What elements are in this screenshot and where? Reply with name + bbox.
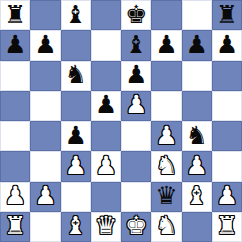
piece-black-bishop: ♝	[125, 32, 147, 57]
square-g4[interactable]: ♞	[182, 121, 212, 151]
square-h2[interactable]: ♟	[212, 182, 242, 212]
piece-white-pawn: ♟	[64, 153, 86, 178]
piece-black-pawn: ♟	[4, 32, 26, 57]
square-e1[interactable]: ♚	[121, 212, 151, 242]
square-c1[interactable]: ♝	[61, 212, 91, 242]
square-e8[interactable]: ♚	[121, 0, 151, 30]
square-g5[interactable]	[182, 91, 212, 121]
square-b5[interactable]	[30, 91, 60, 121]
square-e7[interactable]: ♝	[121, 30, 151, 60]
piece-white-rook: ♜	[4, 213, 26, 238]
square-h3[interactable]	[212, 151, 242, 181]
square-b6[interactable]	[30, 61, 60, 91]
square-a7[interactable]: ♟	[0, 30, 30, 60]
square-c8[interactable]: ♝	[61, 0, 91, 30]
piece-white-pawn: ♟	[95, 153, 117, 178]
piece-black-pawn: ♟	[95, 92, 117, 117]
square-h8[interactable]: ♜	[212, 0, 242, 30]
piece-white-king: ♚	[125, 213, 147, 238]
piece-black-knight: ♞	[64, 62, 86, 87]
square-a1[interactable]: ♜	[0, 212, 30, 242]
piece-white-bishop: ♝	[185, 183, 207, 208]
square-a6[interactable]	[0, 61, 30, 91]
square-b3[interactable]	[30, 151, 60, 181]
square-c2[interactable]	[61, 182, 91, 212]
piece-black-pawn: ♟	[216, 32, 238, 57]
piece-black-pawn: ♟	[185, 32, 207, 57]
square-f2[interactable]: ♛	[151, 182, 181, 212]
square-h4[interactable]	[212, 121, 242, 151]
square-b1[interactable]	[30, 212, 60, 242]
square-h7[interactable]: ♟	[212, 30, 242, 60]
piece-white-knight: ♞	[155, 153, 177, 178]
square-f3[interactable]: ♞	[151, 151, 181, 181]
square-f4[interactable]: ♟	[151, 121, 181, 151]
piece-white-pawn: ♟	[216, 183, 238, 208]
square-g3[interactable]: ♟	[182, 151, 212, 181]
piece-black-pawn: ♟	[155, 32, 177, 57]
square-d2[interactable]	[91, 182, 121, 212]
square-e3[interactable]	[121, 151, 151, 181]
square-d6[interactable]	[91, 61, 121, 91]
piece-black-rook: ♜	[4, 2, 26, 27]
piece-black-pawn: ♟	[34, 32, 56, 57]
piece-black-queen: ♛	[155, 183, 177, 208]
piece-white-pawn: ♟	[155, 123, 177, 148]
square-g2[interactable]: ♝	[182, 182, 212, 212]
square-a4[interactable]	[0, 121, 30, 151]
square-b7[interactable]: ♟	[30, 30, 60, 60]
square-c5[interactable]	[61, 91, 91, 121]
square-e6[interactable]: ♟	[121, 61, 151, 91]
square-f1[interactable]: ♞	[151, 212, 181, 242]
chess-board: ♜♝♚♜♟♟♝♟♟♟♞♟♟♟♟♟♞♟♟♞♟♟♟♛♝♟♜♝♛♚♞♜	[0, 0, 242, 242]
square-e4[interactable]	[121, 121, 151, 151]
square-c4[interactable]: ♟	[61, 121, 91, 151]
square-d3[interactable]: ♟	[91, 151, 121, 181]
square-c7[interactable]	[61, 30, 91, 60]
square-g6[interactable]	[182, 61, 212, 91]
piece-black-rook: ♜	[216, 2, 238, 27]
piece-black-pawn: ♟	[125, 62, 147, 87]
square-h6[interactable]	[212, 61, 242, 91]
square-h5[interactable]	[212, 91, 242, 121]
piece-black-king: ♚	[125, 2, 147, 27]
piece-white-rook: ♜	[216, 213, 238, 238]
square-h1[interactable]: ♜	[212, 212, 242, 242]
square-f7[interactable]: ♟	[151, 30, 181, 60]
square-a5[interactable]	[0, 91, 30, 121]
square-a3[interactable]	[0, 151, 30, 181]
piece-black-pawn: ♟	[64, 123, 86, 148]
square-f8[interactable]	[151, 0, 181, 30]
piece-white-pawn: ♟	[34, 183, 56, 208]
square-a8[interactable]: ♜	[0, 0, 30, 30]
piece-black-knight: ♞	[185, 123, 207, 148]
square-g8[interactable]	[182, 0, 212, 30]
square-a2[interactable]: ♟	[0, 182, 30, 212]
square-d7[interactable]	[91, 30, 121, 60]
square-b8[interactable]	[30, 0, 60, 30]
piece-white-pawn: ♟	[185, 153, 207, 178]
square-c3[interactable]: ♟	[61, 151, 91, 181]
square-f5[interactable]	[151, 91, 181, 121]
square-b4[interactable]	[30, 121, 60, 151]
square-d1[interactable]: ♛	[91, 212, 121, 242]
piece-white-knight: ♞	[155, 213, 177, 238]
piece-white-pawn: ♟	[125, 92, 147, 117]
square-d8[interactable]	[91, 0, 121, 30]
square-d4[interactable]	[91, 121, 121, 151]
square-d5[interactable]: ♟	[91, 91, 121, 121]
piece-white-pawn: ♟	[4, 183, 26, 208]
piece-white-queen: ♛	[95, 213, 117, 238]
piece-black-bishop: ♝	[64, 2, 86, 27]
square-f6[interactable]	[151, 61, 181, 91]
square-g1[interactable]	[182, 212, 212, 242]
square-e5[interactable]: ♟	[121, 91, 151, 121]
square-g7[interactable]: ♟	[182, 30, 212, 60]
square-c6[interactable]: ♞	[61, 61, 91, 91]
piece-white-bishop: ♝	[64, 213, 86, 238]
square-b2[interactable]: ♟	[30, 182, 60, 212]
square-e2[interactable]	[121, 182, 151, 212]
